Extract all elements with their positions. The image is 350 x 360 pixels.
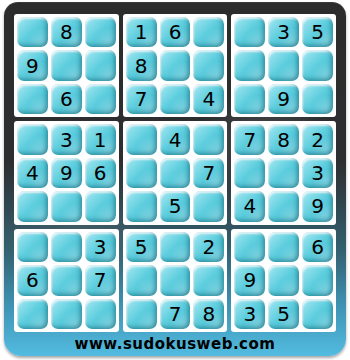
puzzle-frame: 896168743593149647578234936752786935 www… [4,2,346,356]
cell-r8c9[interactable] [302,265,333,295]
cell-r1c9[interactable]: 5 [302,17,333,47]
cell-r8c3[interactable]: 7 [85,265,116,295]
cell-r7c9[interactable]: 6 [302,232,333,262]
cell-r4c4[interactable] [126,124,157,154]
box-r2c1: 31496 [14,121,119,224]
cell-r1c1[interactable] [17,17,48,47]
box-r3c2: 5278 [123,229,228,332]
cell-r6c2[interactable] [51,191,82,221]
cell-r6c8[interactable] [268,191,299,221]
cell-r7c2[interactable] [51,232,82,262]
cell-r9c2[interactable] [51,299,82,329]
cell-r7c4[interactable]: 5 [126,232,157,262]
website-footer: www.sudokusweb.com [4,332,346,356]
cell-r6c7[interactable]: 4 [234,191,265,221]
cell-r9c4[interactable] [126,299,157,329]
cell-r6c5[interactable]: 5 [160,191,191,221]
cell-r3c1[interactable] [17,84,48,114]
cell-r3c3[interactable] [85,84,116,114]
cell-r3c4[interactable]: 7 [126,84,157,114]
cell-r6c9[interactable]: 9 [302,191,333,221]
cell-r5c9[interactable]: 3 [302,158,333,188]
box-r1c1: 896 [14,14,119,117]
cell-r7c8[interactable] [268,232,299,262]
cell-r3c9[interactable] [302,84,333,114]
cell-r3c2[interactable]: 6 [51,84,82,114]
cell-r1c5[interactable]: 6 [160,17,191,47]
cell-r5c4[interactable] [126,158,157,188]
cell-r1c6[interactable] [193,17,224,47]
cell-r4c6[interactable] [193,124,224,154]
cell-r2c2[interactable] [51,50,82,80]
cell-r6c3[interactable] [85,191,116,221]
cell-r3c8[interactable]: 9 [268,84,299,114]
cell-r6c4[interactable] [126,191,157,221]
cell-r5c8[interactable] [268,158,299,188]
cell-r2c7[interactable] [234,50,265,80]
cell-r5c5[interactable] [160,158,191,188]
cell-r3c7[interactable] [234,84,265,114]
cell-r4c7[interactable]: 7 [234,124,265,154]
cell-r5c3[interactable]: 6 [85,158,116,188]
cell-r3c5[interactable] [160,84,191,114]
box-r1c2: 16874 [123,14,228,117]
cell-r8c8[interactable] [268,265,299,295]
cell-r9c1[interactable] [17,299,48,329]
cell-r4c8[interactable]: 8 [268,124,299,154]
cell-r2c5[interactable] [160,50,191,80]
cell-r9c5[interactable]: 7 [160,299,191,329]
cell-r9c9[interactable] [302,299,333,329]
cell-r9c6[interactable]: 8 [193,299,224,329]
cell-r2c9[interactable] [302,50,333,80]
cell-r1c7[interactable] [234,17,265,47]
cell-r2c1[interactable]: 9 [17,50,48,80]
cell-r4c5[interactable]: 4 [160,124,191,154]
cell-r9c7[interactable]: 3 [234,299,265,329]
cell-r4c9[interactable]: 2 [302,124,333,154]
cell-r5c6[interactable]: 7 [193,158,224,188]
cell-r8c1[interactable]: 6 [17,265,48,295]
cell-r9c3[interactable] [85,299,116,329]
box-r1c3: 359 [231,14,336,117]
box-r2c2: 475 [123,121,228,224]
cell-r7c6[interactable]: 2 [193,232,224,262]
cell-r1c4[interactable]: 1 [126,17,157,47]
box-r3c3: 6935 [231,229,336,332]
website-link[interactable]: www.sudokusweb.com [75,335,276,353]
cell-r2c8[interactable] [268,50,299,80]
cell-r2c3[interactable] [85,50,116,80]
cell-r5c2[interactable]: 9 [51,158,82,188]
cell-r1c3[interactable] [85,17,116,47]
sudoku-board: 896168743593149647578234936752786935 [14,14,336,332]
cell-r4c3[interactable]: 1 [85,124,116,154]
cell-r8c7[interactable]: 9 [234,265,265,295]
cell-r2c4[interactable]: 8 [126,50,157,80]
cell-r7c1[interactable] [17,232,48,262]
cell-r1c8[interactable]: 3 [268,17,299,47]
cell-r6c1[interactable] [17,191,48,221]
cell-r7c3[interactable]: 3 [85,232,116,262]
box-r3c1: 367 [14,229,119,332]
cell-r8c5[interactable] [160,265,191,295]
cell-r4c2[interactable]: 3 [51,124,82,154]
cell-r8c4[interactable] [126,265,157,295]
cell-r5c7[interactable] [234,158,265,188]
cell-r6c6[interactable] [193,191,224,221]
cell-r7c5[interactable] [160,232,191,262]
cell-r8c2[interactable] [51,265,82,295]
cell-r8c6[interactable] [193,265,224,295]
box-r2c3: 782349 [231,121,336,224]
cell-r9c8[interactable]: 5 [268,299,299,329]
cell-r4c1[interactable] [17,124,48,154]
cell-r1c2[interactable]: 8 [51,17,82,47]
cell-r5c1[interactable]: 4 [17,158,48,188]
cell-r7c7[interactable] [234,232,265,262]
sudoku-page: 896168743593149647578234936752786935 www… [0,0,350,360]
cell-r2c6[interactable] [193,50,224,80]
cell-r3c6[interactable]: 4 [193,84,224,114]
